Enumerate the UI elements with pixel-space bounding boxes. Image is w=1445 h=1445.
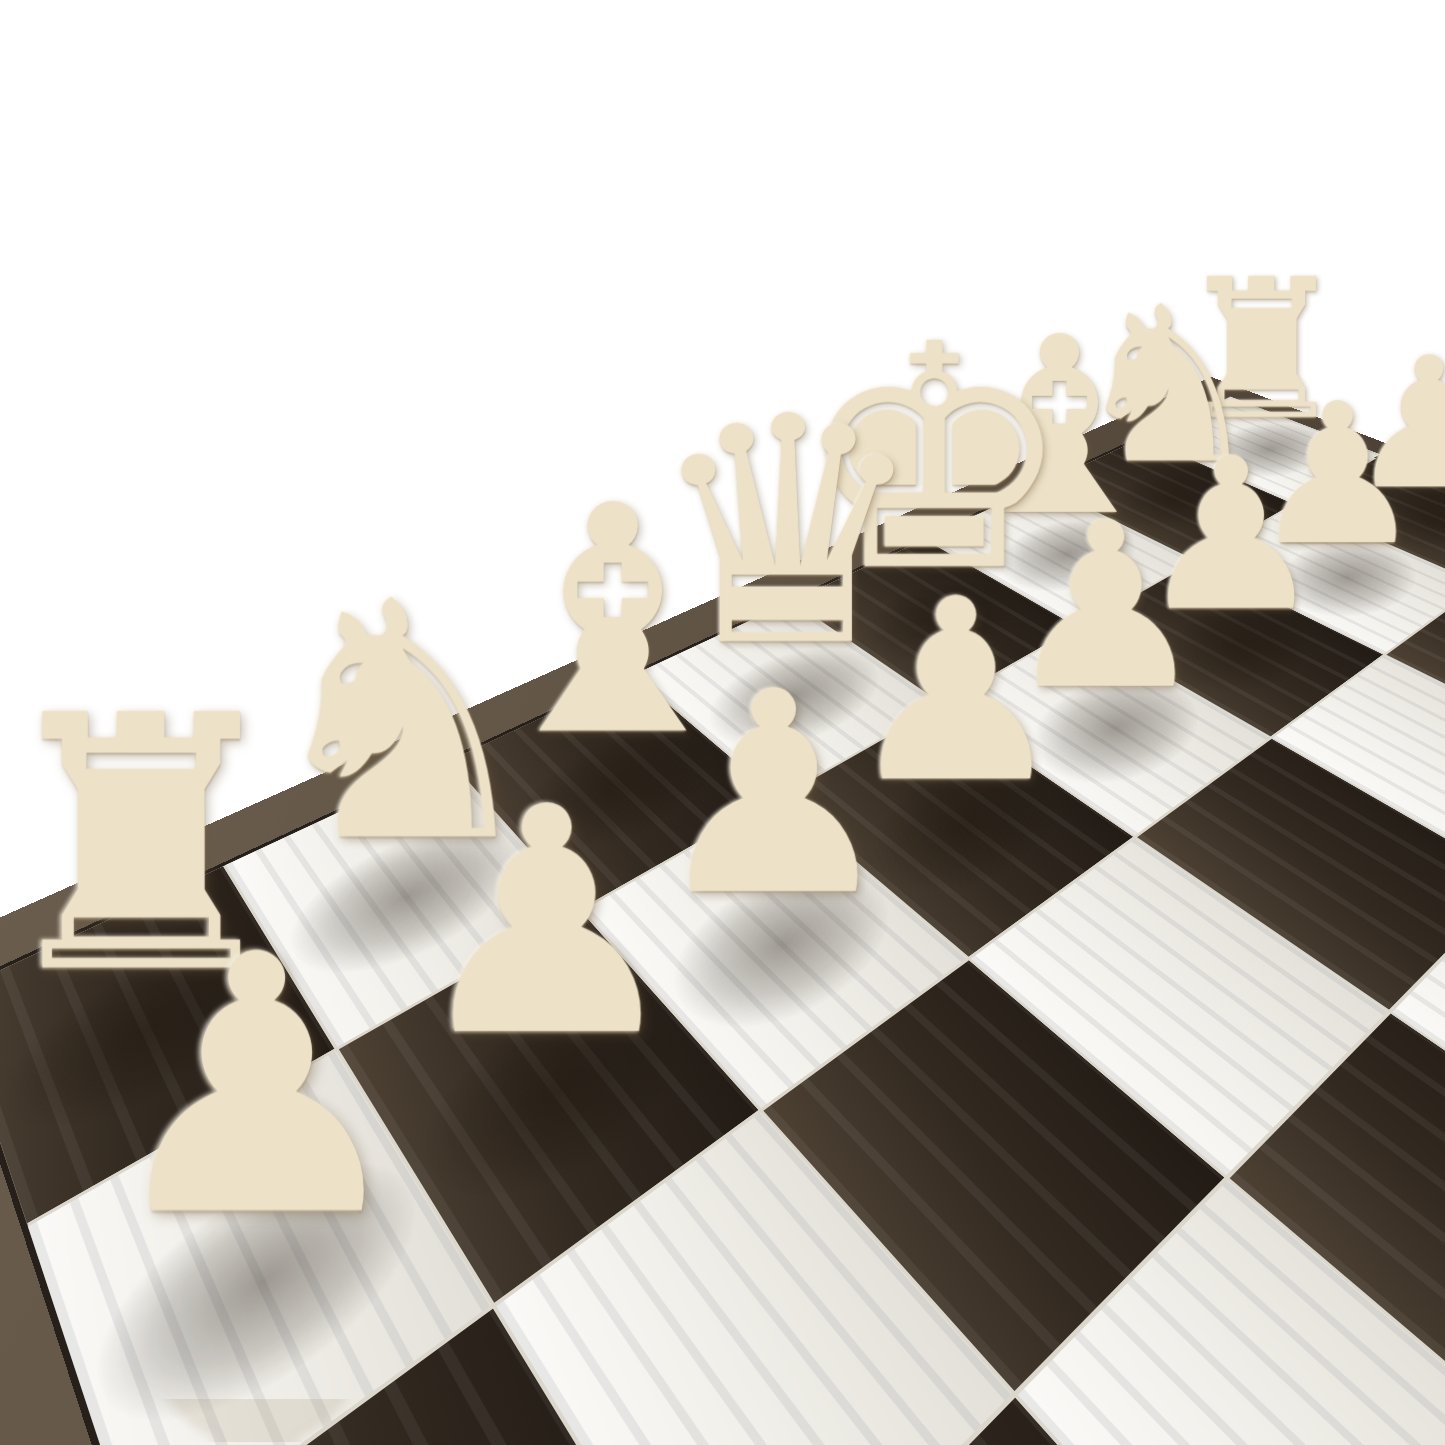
pawn-glyph: ♟ [96,908,416,1265]
board-grid: ♟♟♟♟♟♟♟♟♟♟♟♟♟♟♟♟♜♜♞♞♝♝♛♛♚♚♝♝♞♞♜♜ [0,0,1445,1445]
pawn-glyph: ♟ [406,766,687,1079]
board-photo-scene: ♟♟♟♟♟♟♟♟♟♟♟♟♟♟♟♟♜♜♞♞♝♝♛♛♚♚♝♝♞♞♜♜ [0,0,1445,1445]
chess-board: ♟♟♟♟♟♟♟♟♟♟♟♟♟♟♟♟♜♜♞♞♝♝♛♛♚♚♝♝♞♞♜♜ [0,0,1445,1445]
